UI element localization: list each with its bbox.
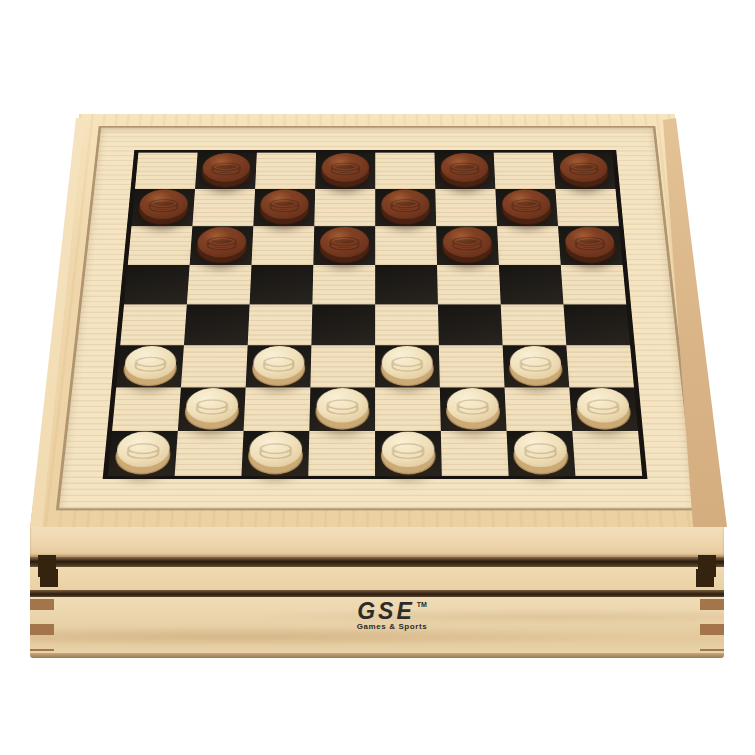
light-checker[interactable]: ⛀: [249, 432, 303, 468]
board-square[interactable]: [572, 431, 642, 476]
board-square[interactable]: [497, 226, 561, 265]
board-square[interactable]: [184, 304, 250, 345]
board-square[interactable]: [187, 265, 252, 305]
light-checker[interactable]: ⛀: [185, 388, 239, 422]
brand-tagline: Games & Sports: [357, 622, 428, 631]
board-square[interactable]: [175, 431, 244, 476]
dark-checker[interactable]: ⛂: [441, 153, 489, 182]
board-square[interactable]: ⛂: [436, 226, 499, 265]
light-checker[interactable]: ⛀: [509, 346, 562, 379]
light-checker[interactable]: ⛀: [447, 388, 500, 422]
brand-logo: GSE TM Games & Sports: [357, 601, 428, 631]
finger-joint-left: [30, 599, 54, 651]
tray-notch-left-lower: [40, 569, 58, 587]
light-checker[interactable]: ⛀: [513, 432, 568, 468]
board-square[interactable]: [501, 304, 567, 345]
board-square[interactable]: [181, 345, 248, 387]
board-square[interactable]: ⛂: [253, 189, 315, 226]
sliding-tray-edge: [30, 567, 724, 590]
board-square[interactable]: ⛂: [495, 189, 558, 226]
light-checker[interactable]: ⛀: [124, 346, 178, 379]
dark-checker[interactable]: ⛂: [322, 153, 370, 182]
dark-checker[interactable]: ⛂: [138, 189, 188, 219]
board-square[interactable]: [128, 226, 193, 265]
board-square[interactable]: ⛀: [375, 345, 440, 387]
board-square[interactable]: [441, 431, 509, 476]
board-square[interactable]: ⛀: [241, 431, 309, 476]
board-square[interactable]: ⛀: [246, 345, 312, 387]
board-square[interactable]: ⛀: [309, 387, 375, 430]
board-square[interactable]: [312, 265, 375, 305]
lid-slide-groove: [30, 557, 724, 567]
board-square[interactable]: ⛀: [178, 387, 246, 430]
board-square[interactable]: [244, 387, 311, 430]
board-square[interactable]: [435, 189, 497, 226]
board-square[interactable]: [375, 226, 437, 265]
board-square[interactable]: [248, 304, 313, 345]
dark-checker[interactable]: ⛂: [502, 189, 552, 219]
board-square[interactable]: ⛀: [108, 431, 178, 476]
light-checker[interactable]: ⛀: [253, 346, 305, 379]
checkers-board: ⛂⛂⛂⛂⛂⛂⛂⛂⛂⛂⛂⛂⛀⛀⛀⛀⛀⛀⛀⛀⛀⛀⛀⛀: [103, 150, 648, 479]
lid-front-edge: [30, 527, 724, 557]
board-square[interactable]: ⛀: [375, 431, 442, 476]
board-square[interactable]: [439, 345, 505, 387]
board-square[interactable]: ⛂: [434, 153, 495, 189]
board-square[interactable]: [192, 189, 255, 226]
dark-checker[interactable]: ⛂: [559, 153, 609, 182]
board-square[interactable]: ⛂: [553, 153, 616, 189]
dark-checker[interactable]: ⛂: [381, 189, 429, 219]
board-square[interactable]: [505, 387, 573, 430]
box-base-front: GSE TM Games & Sports: [30, 597, 724, 653]
box-bottom-edge: [30, 653, 724, 658]
board-square[interactable]: [112, 387, 181, 430]
dark-checker[interactable]: ⛂: [564, 227, 615, 257]
dark-checker[interactable]: ⛂: [260, 189, 309, 219]
board-square[interactable]: [124, 265, 190, 305]
board-square[interactable]: ⛀: [507, 431, 576, 476]
dark-checker[interactable]: ⛂: [442, 227, 492, 257]
board-square[interactable]: [561, 265, 627, 305]
light-checker[interactable]: ⛀: [116, 432, 171, 468]
dark-checker[interactable]: ⛂: [202, 153, 251, 182]
board-square[interactable]: [375, 304, 439, 345]
board-square[interactable]: ⛀: [503, 345, 570, 387]
board-square[interactable]: ⛀: [569, 387, 638, 430]
board-square[interactable]: [310, 345, 375, 387]
board-lid-top: ⛂⛂⛂⛂⛂⛂⛂⛂⛂⛂⛂⛂⛀⛀⛀⛀⛀⛀⛀⛀⛀⛀⛀⛀: [30, 114, 724, 527]
board-square[interactable]: ⛂: [190, 226, 254, 265]
board-square[interactable]: ⛀: [440, 387, 507, 430]
brand-name: GSE: [357, 601, 415, 621]
board-square[interactable]: [375, 153, 435, 189]
board-square[interactable]: [135, 153, 198, 189]
board-square[interactable]: ⛂: [375, 189, 436, 226]
product-photo: ⛂⛂⛂⛂⛂⛂⛂⛂⛂⛂⛂⛂⛀⛀⛀⛀⛀⛀⛀⛀⛀⛀⛀⛀ GSE TM Ga: [0, 0, 755, 755]
light-checker[interactable]: ⛀: [576, 388, 631, 422]
finger-joint-right: [700, 599, 724, 651]
board-square[interactable]: [120, 304, 187, 345]
trademark-symbol: TM: [417, 601, 427, 608]
board-square[interactable]: ⛂: [131, 189, 195, 226]
board-square[interactable]: [555, 189, 619, 226]
dark-checker[interactable]: ⛂: [320, 227, 369, 257]
board-square[interactable]: [499, 265, 564, 305]
tray-slide-groove: [30, 590, 724, 597]
board-square[interactable]: ⛂: [558, 226, 623, 265]
light-checker[interactable]: ⛀: [316, 388, 368, 422]
board-square[interactable]: [563, 304, 630, 345]
board-square[interactable]: [314, 189, 375, 226]
board-square[interactable]: [375, 387, 441, 430]
board-square[interactable]: [566, 345, 634, 387]
tray-notch-right-lower: [696, 569, 714, 587]
board-square[interactable]: ⛂: [195, 153, 257, 189]
board-square[interactable]: [311, 304, 375, 345]
board-square[interactable]: [255, 153, 316, 189]
board-square[interactable]: [438, 304, 503, 345]
board-square[interactable]: [308, 431, 375, 476]
light-checker[interactable]: ⛀: [382, 346, 433, 379]
board-square[interactable]: [494, 153, 556, 189]
board-square[interactable]: ⛂: [315, 153, 375, 189]
board-square[interactable]: [437, 265, 501, 305]
board-square[interactable]: ⛂: [313, 226, 375, 265]
board-square[interactable]: [375, 265, 438, 305]
board-square[interactable]: [251, 226, 314, 265]
board-square[interactable]: ⛀: [116, 345, 184, 387]
board-square[interactable]: [250, 265, 314, 305]
board-surface: ⛂⛂⛂⛂⛂⛂⛂⛂⛂⛂⛂⛂⛀⛀⛀⛀⛀⛀⛀⛀⛀⛀⛀⛀: [56, 126, 698, 510]
dark-checker[interactable]: ⛂: [197, 227, 248, 257]
light-checker[interactable]: ⛀: [382, 432, 435, 468]
